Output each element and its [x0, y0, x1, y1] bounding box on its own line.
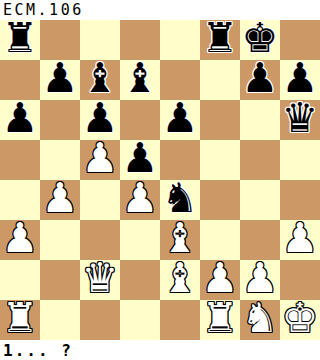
piece-black-pawn[interactable]: ♟: [242, 58, 279, 99]
square-c5[interactable]: ♟: [80, 140, 120, 180]
piece-white-king[interactable]: ♚: [282, 298, 319, 339]
piece-black-bishop[interactable]: ♝: [82, 58, 119, 99]
piece-white-bishop[interactable]: ♝: [162, 218, 199, 259]
square-g1[interactable]: ♞: [240, 300, 280, 340]
square-e2[interactable]: ♝: [160, 260, 200, 300]
piece-black-queen[interactable]: ♛: [282, 98, 319, 139]
square-b7[interactable]: ♟: [40, 60, 80, 100]
piece-black-bishop[interactable]: ♝: [122, 58, 159, 99]
square-f1[interactable]: ♜: [200, 300, 240, 340]
square-b2[interactable]: [40, 260, 80, 300]
square-f8[interactable]: ♜: [200, 20, 240, 60]
square-d1[interactable]: [120, 300, 160, 340]
piece-white-rook[interactable]: ♜: [202, 298, 239, 339]
square-h6[interactable]: ♛: [280, 100, 320, 140]
square-c1[interactable]: [80, 300, 120, 340]
square-c2[interactable]: ♛: [80, 260, 120, 300]
piece-black-king[interactable]: ♚: [242, 18, 279, 59]
square-g6[interactable]: [240, 100, 280, 140]
piece-black-rook[interactable]: ♜: [202, 18, 239, 59]
square-b3[interactable]: [40, 220, 80, 260]
square-a1[interactable]: ♜: [0, 300, 40, 340]
piece-white-bishop[interactable]: ♝: [162, 258, 199, 299]
square-g5[interactable]: [240, 140, 280, 180]
square-b6[interactable]: [40, 100, 80, 140]
piece-black-pawn[interactable]: ♟: [2, 98, 39, 139]
piece-white-queen[interactable]: ♛: [82, 258, 119, 299]
piece-black-pawn[interactable]: ♟: [122, 138, 159, 179]
square-e6[interactable]: ♟: [160, 100, 200, 140]
square-a8[interactable]: ♜: [0, 20, 40, 60]
square-g7[interactable]: ♟: [240, 60, 280, 100]
square-e1[interactable]: [160, 300, 200, 340]
square-d4[interactable]: ♟: [120, 180, 160, 220]
square-b4[interactable]: ♟: [40, 180, 80, 220]
piece-white-pawn[interactable]: ♟: [242, 258, 279, 299]
piece-white-pawn[interactable]: ♟: [42, 178, 79, 219]
piece-black-knight[interactable]: ♞: [162, 178, 199, 219]
piece-black-pawn[interactable]: ♟: [82, 98, 119, 139]
square-h3[interactable]: ♟: [280, 220, 320, 260]
square-f6[interactable]: [200, 100, 240, 140]
square-h5[interactable]: [280, 140, 320, 180]
square-a3[interactable]: ♟: [0, 220, 40, 260]
square-f7[interactable]: [200, 60, 240, 100]
square-a5[interactable]: [0, 140, 40, 180]
piece-white-pawn[interactable]: ♟: [122, 178, 159, 219]
piece-black-pawn[interactable]: ♟: [162, 98, 199, 139]
square-f5[interactable]: [200, 140, 240, 180]
piece-black-pawn[interactable]: ♟: [282, 58, 319, 99]
piece-black-pawn[interactable]: ♟: [42, 58, 79, 99]
square-e8[interactable]: [160, 20, 200, 60]
piece-white-pawn[interactable]: ♟: [2, 218, 39, 259]
square-c4[interactable]: [80, 180, 120, 220]
piece-white-knight[interactable]: ♞: [242, 298, 279, 339]
chess-diagram-window: ECM.106 ♜♜♚♟♝♝♟♟♟♟♟♛♟♟♟♟♞♟♝♟♛♝♟♟♜♜♞♚ 1..…: [0, 0, 320, 360]
piece-white-pawn[interactable]: ♟: [82, 138, 119, 179]
square-d2[interactable]: [120, 260, 160, 300]
piece-white-rook[interactable]: ♜: [2, 298, 39, 339]
square-d3[interactable]: [120, 220, 160, 260]
piece-white-pawn[interactable]: ♟: [282, 218, 319, 259]
square-f4[interactable]: [200, 180, 240, 220]
square-b1[interactable]: [40, 300, 80, 340]
square-d7[interactable]: ♝: [120, 60, 160, 100]
piece-white-pawn[interactable]: ♟: [202, 258, 239, 299]
square-h1[interactable]: ♚: [280, 300, 320, 340]
chess-board: ♜♜♚♟♝♝♟♟♟♟♟♛♟♟♟♟♞♟♝♟♛♝♟♟♜♜♞♚: [0, 20, 320, 340]
square-g4[interactable]: [240, 180, 280, 220]
piece-black-rook[interactable]: ♜: [2, 18, 39, 59]
move-prompt: 1... ?: [3, 341, 73, 360]
square-a6[interactable]: ♟: [0, 100, 40, 140]
